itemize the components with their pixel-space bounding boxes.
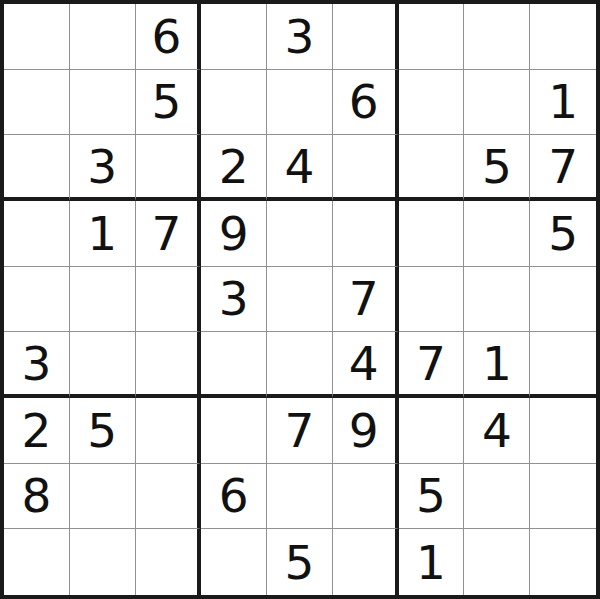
cell-r8c7-given[interactable]: 5 [399,464,465,530]
cell-r6c1-given[interactable]: 3 [4,332,70,398]
cell-r2c7-empty[interactable] [399,70,465,136]
digit: 3 [285,13,315,60]
sudoku-puzzle: 635613245717953734712579486551 [0,0,600,599]
digit: 3 [21,340,51,387]
cell-r9c2-empty[interactable] [70,529,136,595]
cell-r2c5-empty[interactable] [267,70,333,136]
cell-r5c9-empty[interactable] [530,267,596,333]
cell-r9c6-empty[interactable] [333,529,399,595]
sudoku-board: 635613245717953734712579486551 [0,0,600,599]
cell-r1c1-empty[interactable] [4,4,70,70]
cell-r6c8-given[interactable]: 1 [464,332,530,398]
cell-r9c5-given[interactable]: 5 [267,529,333,595]
cell-r2c6-given[interactable]: 6 [333,70,399,136]
cell-r3c3-empty[interactable] [136,135,202,201]
cell-r2c8-empty[interactable] [464,70,530,136]
cell-r2c3-given[interactable]: 5 [136,70,202,136]
digit: 4 [285,143,315,190]
cell-r1c8-empty[interactable] [464,4,530,70]
cell-r7c8-given[interactable]: 4 [464,398,530,464]
cell-r6c9-empty[interactable] [530,332,596,398]
digit: 2 [21,407,51,454]
cell-r7c3-empty[interactable] [136,398,202,464]
cell-r7c5-given[interactable]: 7 [267,398,333,464]
cell-r3c9-given[interactable]: 7 [530,135,596,201]
cell-r2c4-empty[interactable] [201,70,267,136]
cell-r4c5-empty[interactable] [267,201,333,267]
digit: 4 [349,340,379,387]
cell-r7c2-given[interactable]: 5 [70,398,136,464]
cell-r9c4-empty[interactable] [201,529,267,595]
digit: 8 [21,472,51,519]
cell-r6c7-given[interactable]: 7 [399,332,465,398]
cell-r6c6-given[interactable]: 4 [333,332,399,398]
digit: 4 [482,407,512,454]
cell-r5c5-empty[interactable] [267,267,333,333]
cell-r7c4-empty[interactable] [201,398,267,464]
cell-r2c1-empty[interactable] [4,70,70,136]
cell-r4c4-given[interactable]: 9 [201,201,267,267]
cell-r1c5-given[interactable]: 3 [267,4,333,70]
cell-r3c8-given[interactable]: 5 [464,135,530,201]
digit: 7 [151,210,181,257]
cell-r8c8-empty[interactable] [464,464,530,530]
cell-r4c9-given[interactable]: 5 [530,201,596,267]
cell-r3c4-given[interactable]: 2 [201,135,267,201]
cell-r4c8-empty[interactable] [464,201,530,267]
digit: 7 [548,143,578,190]
cell-r4c7-empty[interactable] [399,201,465,267]
cell-r7c9-empty[interactable] [530,398,596,464]
cell-r5c1-empty[interactable] [4,267,70,333]
digit: 6 [219,472,249,519]
cell-r8c2-empty[interactable] [70,464,136,530]
cell-r1c2-empty[interactable] [70,4,136,70]
cell-r1c3-given[interactable]: 6 [136,4,202,70]
digit: 7 [416,340,446,387]
digit: 5 [151,78,181,125]
digit: 9 [219,210,249,257]
cell-r9c9-empty[interactable] [530,529,596,595]
cell-r8c5-empty[interactable] [267,464,333,530]
digit: 1 [548,78,578,125]
cell-r6c5-empty[interactable] [267,332,333,398]
digit: 5 [548,210,578,257]
digit: 7 [285,407,315,454]
cell-r3c6-empty[interactable] [333,135,399,201]
digit: 6 [349,78,379,125]
cell-r3c5-given[interactable]: 4 [267,135,333,201]
digit: 1 [416,539,446,586]
cell-r3c1-empty[interactable] [4,135,70,201]
cell-r5c3-empty[interactable] [136,267,202,333]
cell-r8c1-given[interactable]: 8 [4,464,70,530]
cell-r7c7-empty[interactable] [399,398,465,464]
digit: 1 [87,210,117,257]
cell-r8c4-given[interactable]: 6 [201,464,267,530]
cell-r9c7-given[interactable]: 1 [399,529,465,595]
cell-r5c4-given[interactable]: 3 [201,267,267,333]
cell-r9c3-empty[interactable] [136,529,202,595]
cell-r8c9-empty[interactable] [530,464,596,530]
digit: 5 [482,143,512,190]
cell-r5c6-given[interactable]: 7 [333,267,399,333]
digit: 7 [349,275,379,322]
cell-r4c3-given[interactable]: 7 [136,201,202,267]
cell-r2c2-empty[interactable] [70,70,136,136]
cell-r8c3-empty[interactable] [136,464,202,530]
digit: 3 [219,275,249,322]
cell-r5c7-empty[interactable] [399,267,465,333]
cell-r3c2-given[interactable]: 3 [70,135,136,201]
cell-r4c6-empty[interactable] [333,201,399,267]
digit: 3 [87,143,117,190]
cell-r7c6-given[interactable]: 9 [333,398,399,464]
cell-r9c8-empty[interactable] [464,529,530,595]
cell-r3c7-empty[interactable] [399,135,465,201]
cell-r8c6-empty[interactable] [333,464,399,530]
cell-r1c6-empty[interactable] [333,4,399,70]
digit: 5 [416,472,446,519]
cell-r5c8-empty[interactable] [464,267,530,333]
digit: 2 [219,143,249,190]
cell-r9c1-empty[interactable] [4,529,70,595]
digit: 9 [349,407,379,454]
cell-r6c3-empty[interactable] [136,332,202,398]
digit: 6 [151,13,181,60]
cell-r7c1-given[interactable]: 2 [4,398,70,464]
cell-r1c4-empty[interactable] [201,4,267,70]
digit: 1 [482,340,512,387]
cell-r1c9-empty[interactable] [530,4,596,70]
cell-r4c2-given[interactable]: 1 [70,201,136,267]
cell-r6c2-empty[interactable] [70,332,136,398]
digit: 5 [285,539,315,586]
cell-r4c1-empty[interactable] [4,201,70,267]
cell-r1c7-empty[interactable] [399,4,465,70]
cell-r6c4-empty[interactable] [201,332,267,398]
cell-r5c2-empty[interactable] [70,267,136,333]
cell-r2c9-given[interactable]: 1 [530,70,596,136]
digit: 5 [87,407,117,454]
